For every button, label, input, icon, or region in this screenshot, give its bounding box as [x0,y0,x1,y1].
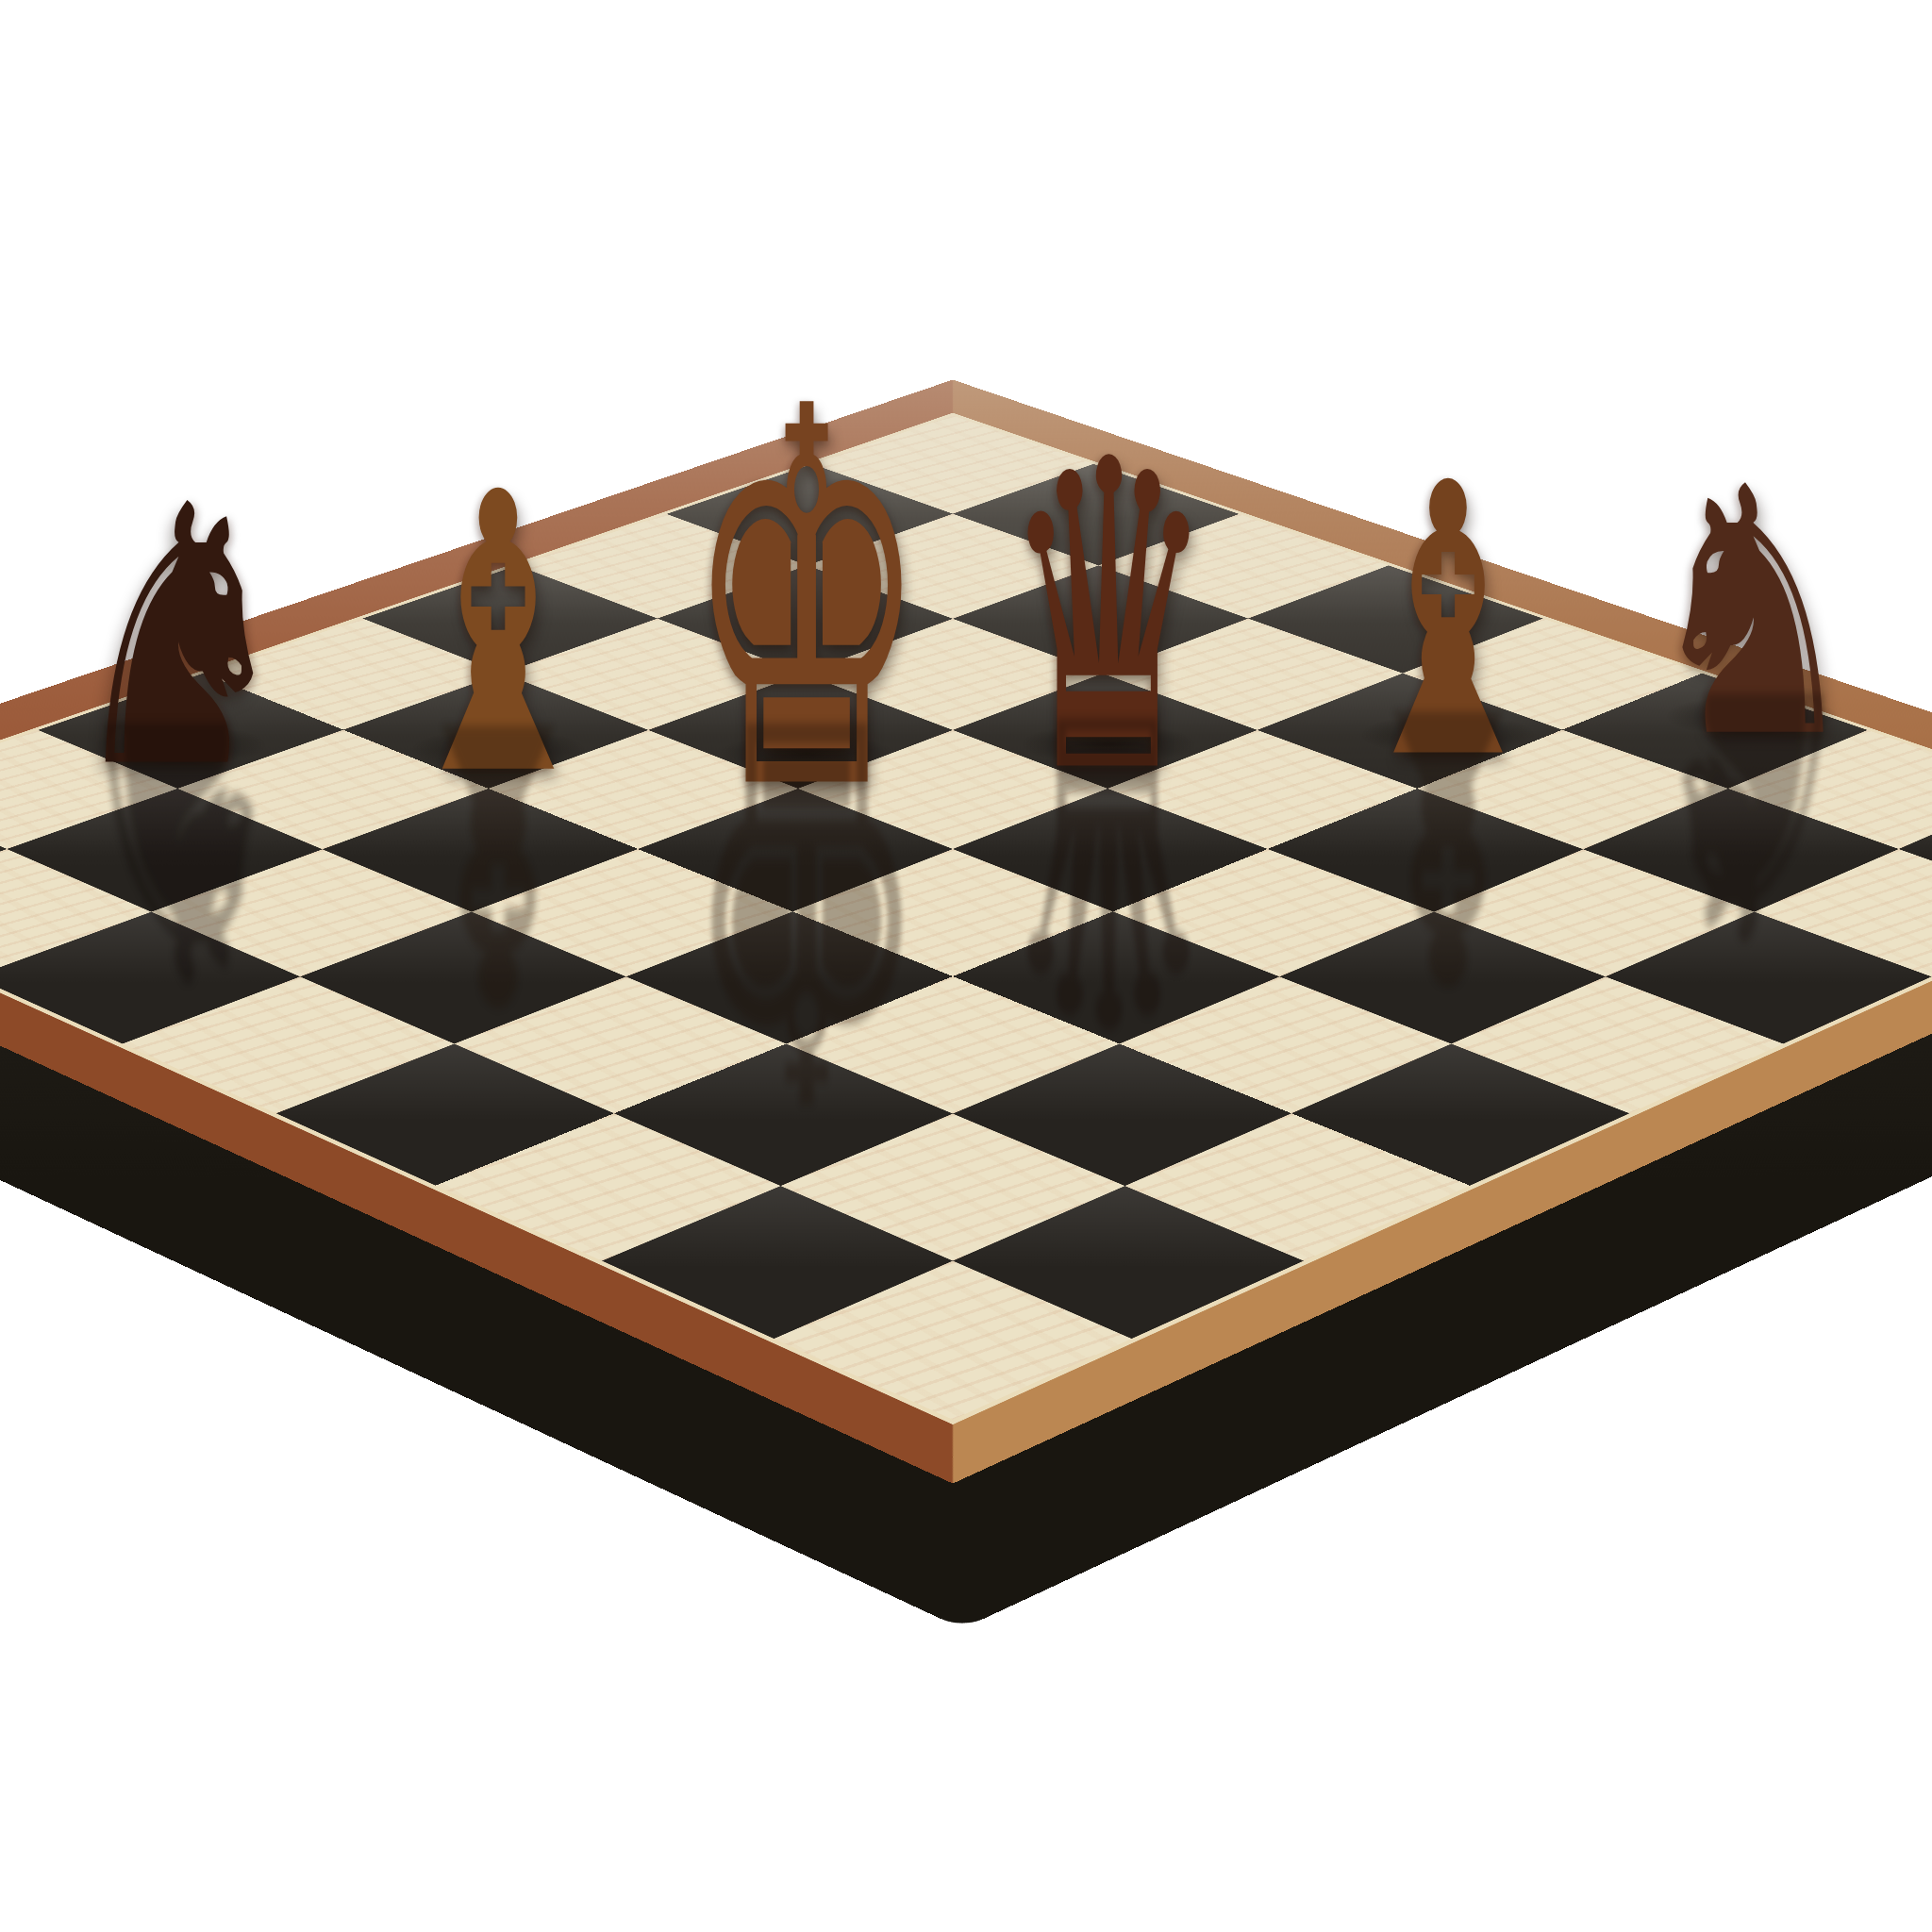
chess-board-frame [0,380,1932,1484]
photo-stage: ♞ ♞ ♝ ♝ ♚ ♚ ♛ ♛ ♝ ♝ ♞ ♞ [0,0,1932,1932]
